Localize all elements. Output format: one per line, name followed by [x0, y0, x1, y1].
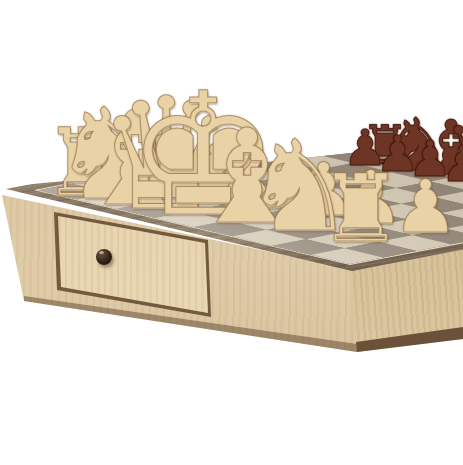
- chess-board: [6, 131, 463, 271]
- chess-set-photo: ♜♞♝♛♚♝♞♜♟♟♟♟♟♟♟♟♟♟♟♟♟♟♟♟♜♞♝♛♚♝♞♜: [0, 0, 463, 465]
- square-a8: [275, 138, 348, 154]
- board-top: [0, 0, 463, 465]
- board-squares: [33, 137, 463, 265]
- square-a7: [241, 145, 314, 161]
